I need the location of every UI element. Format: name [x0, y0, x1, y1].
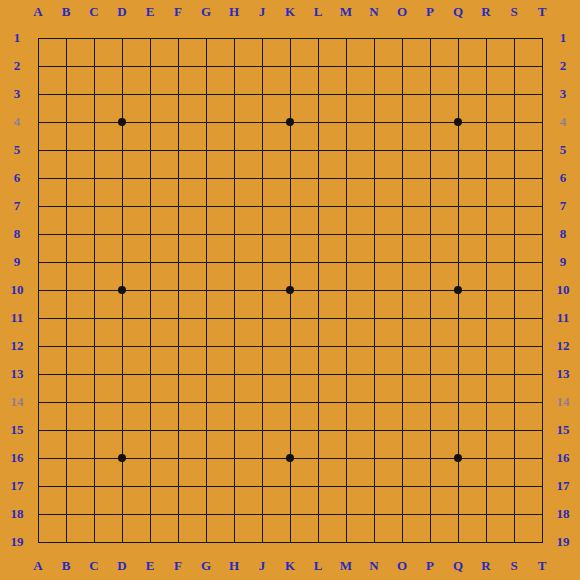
- row-label-left-13: 13: [11, 366, 24, 382]
- row-label-left-7: 7: [14, 198, 21, 214]
- col-label-top-t: T: [538, 4, 547, 20]
- col-label-bottom-q: Q: [453, 558, 463, 574]
- col-label-bottom-l: L: [314, 558, 323, 574]
- col-label-bottom-b: B: [62, 558, 71, 574]
- col-label-top-k: K: [285, 4, 295, 20]
- col-label-top-b: B: [62, 4, 71, 20]
- grid-line-horizontal: [38, 514, 543, 515]
- row-label-left-5: 5: [14, 142, 21, 158]
- row-label-left-14: 14: [11, 394, 24, 410]
- grid-line-horizontal: [38, 430, 543, 431]
- col-label-bottom-h: H: [229, 558, 239, 574]
- row-label-right-8: 8: [560, 226, 567, 242]
- col-label-top-m: M: [340, 4, 352, 20]
- row-label-left-10: 10: [11, 282, 24, 298]
- col-label-top-c: C: [89, 4, 98, 20]
- row-label-right-14: 14: [557, 394, 570, 410]
- row-label-left-1: 1: [14, 30, 21, 46]
- col-label-bottom-a: A: [33, 558, 42, 574]
- grid-line-vertical: [374, 38, 375, 543]
- grid-line-vertical: [430, 38, 431, 543]
- col-label-top-p: P: [426, 4, 434, 20]
- grid-line-vertical: [402, 38, 403, 543]
- grid-line-horizontal: [38, 318, 543, 319]
- col-label-bottom-o: O: [397, 558, 407, 574]
- star-point-d16: [118, 454, 126, 462]
- row-label-right-17: 17: [557, 478, 570, 494]
- row-label-right-16: 16: [557, 450, 570, 466]
- col-label-top-r: R: [481, 4, 490, 20]
- grid-line-horizontal: [38, 374, 543, 375]
- row-label-left-6: 6: [14, 170, 21, 186]
- row-label-right-6: 6: [560, 170, 567, 186]
- col-label-top-h: H: [229, 4, 239, 20]
- grid-line-vertical: [346, 38, 347, 543]
- row-label-right-5: 5: [560, 142, 567, 158]
- col-label-bottom-m: M: [340, 558, 352, 574]
- row-label-left-12: 12: [11, 338, 24, 354]
- star-point-k4: [286, 118, 294, 126]
- row-label-right-19: 19: [557, 534, 570, 550]
- row-label-right-2: 2: [560, 58, 567, 74]
- row-label-right-13: 13: [557, 366, 570, 382]
- row-label-right-1: 1: [560, 30, 567, 46]
- row-label-right-10: 10: [557, 282, 570, 298]
- col-label-top-a: A: [33, 4, 42, 20]
- star-point-q4: [454, 118, 462, 126]
- go-board[interactable]: [38, 38, 543, 543]
- col-label-top-e: E: [146, 4, 155, 20]
- col-label-top-n: N: [369, 4, 378, 20]
- row-label-left-18: 18: [11, 506, 24, 522]
- col-label-top-g: G: [201, 4, 211, 20]
- row-label-right-4: 4: [560, 114, 567, 130]
- col-label-bottom-t: T: [538, 558, 547, 574]
- go-app-window: AABBCCDDEEFFGGHHJJKKLLMMNNOOPPQQRRSSTT11…: [0, 0, 580, 580]
- col-label-bottom-r: R: [481, 558, 490, 574]
- col-label-bottom-n: N: [369, 558, 378, 574]
- row-label-right-11: 11: [557, 310, 569, 326]
- row-label-left-2: 2: [14, 58, 21, 74]
- col-label-top-q: Q: [453, 4, 463, 20]
- row-label-left-15: 15: [11, 422, 24, 438]
- row-label-right-9: 9: [560, 254, 567, 270]
- row-label-left-17: 17: [11, 478, 24, 494]
- col-label-bottom-e: E: [146, 558, 155, 574]
- col-label-bottom-k: K: [285, 558, 295, 574]
- row-label-left-9: 9: [14, 254, 21, 270]
- star-point-q10: [454, 286, 462, 294]
- grid-line-vertical: [514, 38, 515, 543]
- grid-line-vertical: [542, 38, 543, 543]
- row-label-left-11: 11: [11, 310, 23, 326]
- grid-line-horizontal: [38, 402, 543, 403]
- star-point-k10: [286, 286, 294, 294]
- row-label-right-12: 12: [557, 338, 570, 354]
- grid-line-horizontal: [38, 346, 543, 347]
- col-label-bottom-c: C: [89, 558, 98, 574]
- row-label-right-18: 18: [557, 506, 570, 522]
- col-label-bottom-d: D: [117, 558, 126, 574]
- col-label-bottom-j: J: [259, 558, 266, 574]
- col-label-top-f: F: [174, 4, 182, 20]
- grid-line-vertical: [318, 38, 319, 543]
- row-label-left-3: 3: [14, 86, 21, 102]
- col-label-bottom-s: S: [510, 558, 517, 574]
- col-label-top-o: O: [397, 4, 407, 20]
- col-label-top-j: J: [259, 4, 266, 20]
- grid-line-vertical: [486, 38, 487, 543]
- star-point-d10: [118, 286, 126, 294]
- col-label-top-d: D: [117, 4, 126, 20]
- row-label-right-7: 7: [560, 198, 567, 214]
- row-label-right-15: 15: [557, 422, 570, 438]
- grid-line-horizontal: [38, 542, 543, 543]
- star-point-k16: [286, 454, 294, 462]
- star-point-d4: [118, 118, 126, 126]
- row-label-left-8: 8: [14, 226, 21, 242]
- grid-line-horizontal: [38, 486, 543, 487]
- col-label-top-l: L: [314, 4, 323, 20]
- row-label-left-16: 16: [11, 450, 24, 466]
- col-label-bottom-f: F: [174, 558, 182, 574]
- col-label-bottom-p: P: [426, 558, 434, 574]
- row-label-right-3: 3: [560, 86, 567, 102]
- star-point-q16: [454, 454, 462, 462]
- row-label-left-4: 4: [14, 114, 21, 130]
- row-label-left-19: 19: [11, 534, 24, 550]
- col-label-top-s: S: [510, 4, 517, 20]
- col-label-bottom-g: G: [201, 558, 211, 574]
